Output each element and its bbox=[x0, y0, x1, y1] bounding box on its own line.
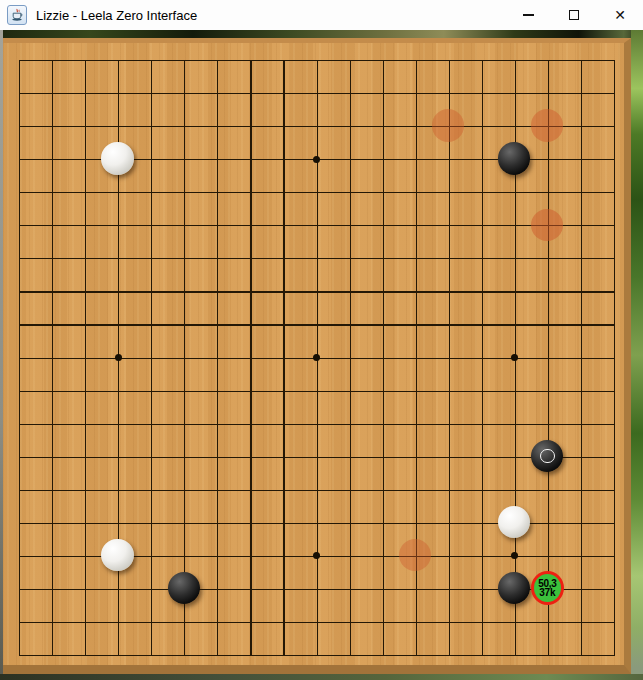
intersection-C18[interactable] bbox=[68, 76, 101, 109]
intersection-P19[interactable] bbox=[465, 43, 498, 76]
intersection-F10[interactable] bbox=[167, 340, 200, 373]
intersection-H18[interactable] bbox=[233, 76, 266, 109]
intersection-C6[interactable] bbox=[68, 473, 101, 506]
intersection-K2[interactable] bbox=[299, 605, 332, 638]
intersection-G2[interactable] bbox=[200, 605, 233, 638]
intersection-H4[interactable] bbox=[233, 539, 266, 572]
intersection-K1[interactable] bbox=[299, 638, 332, 671]
intersection-O9[interactable] bbox=[432, 373, 465, 406]
intersection-B11[interactable] bbox=[35, 307, 68, 340]
intersection-A12[interactable] bbox=[2, 274, 35, 307]
intersection-G17[interactable] bbox=[200, 109, 233, 142]
intersection-A18[interactable] bbox=[2, 76, 35, 109]
intersection-J12[interactable] bbox=[266, 274, 299, 307]
intersection-P14[interactable] bbox=[465, 208, 498, 241]
intersection-G7[interactable] bbox=[200, 440, 233, 473]
intersection-T18[interactable] bbox=[597, 76, 630, 109]
intersection-P13[interactable] bbox=[465, 241, 498, 274]
intersection-K10[interactable] bbox=[299, 340, 332, 373]
intersection-S7[interactable] bbox=[564, 440, 597, 473]
intersection-H15[interactable] bbox=[233, 175, 266, 208]
intersection-A5[interactable] bbox=[2, 506, 35, 539]
intersection-B18[interactable] bbox=[35, 76, 68, 109]
intersection-N3[interactable] bbox=[399, 572, 432, 605]
intersection-R8[interactable] bbox=[531, 407, 564, 440]
intersection-J13[interactable] bbox=[266, 241, 299, 274]
intersection-G9[interactable] bbox=[200, 373, 233, 406]
intersection-B16[interactable] bbox=[35, 142, 68, 175]
intersection-J10[interactable] bbox=[266, 340, 299, 373]
intersection-C1[interactable] bbox=[68, 638, 101, 671]
intersection-J14[interactable] bbox=[266, 208, 299, 241]
intersection-F4[interactable] bbox=[167, 539, 200, 572]
intersection-B15[interactable] bbox=[35, 175, 68, 208]
intersection-T1[interactable] bbox=[597, 638, 630, 671]
intersection-G10[interactable] bbox=[200, 340, 233, 373]
intersection-G8[interactable] bbox=[200, 407, 233, 440]
intersection-O7[interactable] bbox=[432, 440, 465, 473]
intersection-Q9[interactable] bbox=[498, 373, 531, 406]
intersection-H2[interactable] bbox=[233, 605, 266, 638]
intersection-T17[interactable] bbox=[597, 109, 630, 142]
intersection-E17[interactable] bbox=[134, 109, 167, 142]
intersection-J6[interactable] bbox=[266, 473, 299, 506]
intersection-J3[interactable] bbox=[266, 572, 299, 605]
intersection-C5[interactable] bbox=[68, 506, 101, 539]
intersection-K9[interactable] bbox=[299, 373, 332, 406]
intersection-K12[interactable] bbox=[299, 274, 332, 307]
intersection-N16[interactable] bbox=[399, 142, 432, 175]
intersection-Q4[interactable] bbox=[498, 539, 531, 572]
intersection-R10[interactable] bbox=[531, 340, 564, 373]
intersection-P16[interactable] bbox=[465, 142, 498, 175]
intersection-D3[interactable] bbox=[101, 572, 134, 605]
intersection-B10[interactable] bbox=[35, 340, 68, 373]
intersection-F8[interactable] bbox=[167, 407, 200, 440]
intersection-E4[interactable] bbox=[134, 539, 167, 572]
intersection-J5[interactable] bbox=[266, 506, 299, 539]
intersection-S14[interactable] bbox=[564, 208, 597, 241]
intersection-O16[interactable] bbox=[432, 142, 465, 175]
intersection-C2[interactable] bbox=[68, 605, 101, 638]
intersection-E15[interactable] bbox=[134, 175, 167, 208]
intersection-D9[interactable] bbox=[101, 373, 134, 406]
intersection-Q13[interactable] bbox=[498, 241, 531, 274]
intersection-L10[interactable] bbox=[332, 340, 365, 373]
intersection-G15[interactable] bbox=[200, 175, 233, 208]
intersection-R16[interactable] bbox=[531, 142, 564, 175]
intersection-J1[interactable] bbox=[266, 638, 299, 671]
intersection-N15[interactable] bbox=[399, 175, 432, 208]
intersection-M15[interactable] bbox=[366, 175, 399, 208]
intersection-C17[interactable] bbox=[68, 109, 101, 142]
intersection-F13[interactable] bbox=[167, 241, 200, 274]
intersection-M16[interactable] bbox=[366, 142, 399, 175]
intersection-H11[interactable] bbox=[233, 307, 266, 340]
intersection-N17[interactable] bbox=[399, 109, 432, 142]
intersection-E13[interactable] bbox=[134, 241, 167, 274]
intersection-J2[interactable] bbox=[266, 605, 299, 638]
intersection-O15[interactable] bbox=[432, 175, 465, 208]
intersection-Q12[interactable] bbox=[498, 274, 531, 307]
intersection-M12[interactable] bbox=[366, 274, 399, 307]
intersection-C7[interactable] bbox=[68, 440, 101, 473]
candidate-move-O17[interactable] bbox=[432, 109, 464, 141]
intersection-G3[interactable] bbox=[200, 572, 233, 605]
intersection-Q19[interactable] bbox=[498, 43, 531, 76]
intersection-C19[interactable] bbox=[68, 43, 101, 76]
intersection-L5[interactable] bbox=[332, 506, 365, 539]
intersection-O8[interactable] bbox=[432, 407, 465, 440]
intersection-G18[interactable] bbox=[200, 76, 233, 109]
intersection-P10[interactable] bbox=[465, 340, 498, 373]
intersection-L7[interactable] bbox=[332, 440, 365, 473]
intersection-P8[interactable] bbox=[465, 407, 498, 440]
intersection-N2[interactable] bbox=[399, 605, 432, 638]
intersection-Q8[interactable] bbox=[498, 407, 531, 440]
intersection-O18[interactable] bbox=[432, 76, 465, 109]
intersection-G19[interactable] bbox=[200, 43, 233, 76]
intersection-J4[interactable] bbox=[266, 539, 299, 572]
intersection-G11[interactable] bbox=[200, 307, 233, 340]
intersection-R12[interactable] bbox=[531, 274, 564, 307]
intersection-P3[interactable] bbox=[465, 572, 498, 605]
intersection-T2[interactable] bbox=[597, 605, 630, 638]
intersection-B1[interactable] bbox=[35, 638, 68, 671]
intersection-R5[interactable] bbox=[531, 506, 564, 539]
intersection-R19[interactable] bbox=[531, 43, 564, 76]
intersection-J16[interactable] bbox=[266, 142, 299, 175]
intersection-Q2[interactable] bbox=[498, 605, 531, 638]
intersection-D12[interactable] bbox=[101, 274, 134, 307]
candidate-move-R14[interactable] bbox=[531, 209, 563, 241]
intersection-R6[interactable] bbox=[531, 473, 564, 506]
intersection-C16[interactable] bbox=[68, 142, 101, 175]
close-button[interactable]: ✕ bbox=[597, 0, 643, 30]
intersection-O13[interactable] bbox=[432, 241, 465, 274]
intersection-C12[interactable] bbox=[68, 274, 101, 307]
intersection-M5[interactable] bbox=[366, 506, 399, 539]
intersection-K4[interactable] bbox=[299, 539, 332, 572]
intersection-R14[interactable] bbox=[531, 208, 564, 241]
intersection-H12[interactable] bbox=[233, 274, 266, 307]
intersection-Q3[interactable] bbox=[498, 572, 531, 605]
intersection-T12[interactable] bbox=[597, 274, 630, 307]
intersection-S11[interactable] bbox=[564, 307, 597, 340]
intersection-T3[interactable] bbox=[597, 572, 630, 605]
intersection-F6[interactable] bbox=[167, 473, 200, 506]
intersection-C11[interactable] bbox=[68, 307, 101, 340]
intersection-N6[interactable] bbox=[399, 473, 432, 506]
minimize-button[interactable] bbox=[505, 0, 551, 30]
intersection-D7[interactable] bbox=[101, 440, 134, 473]
intersection-L13[interactable] bbox=[332, 241, 365, 274]
intersection-K16[interactable] bbox=[299, 142, 332, 175]
intersection-B14[interactable] bbox=[35, 208, 68, 241]
intersection-K7[interactable] bbox=[299, 440, 332, 473]
intersection-O14[interactable] bbox=[432, 208, 465, 241]
intersection-N10[interactable] bbox=[399, 340, 432, 373]
intersection-A13[interactable] bbox=[2, 241, 35, 274]
intersection-K3[interactable] bbox=[299, 572, 332, 605]
intersection-L3[interactable] bbox=[332, 572, 365, 605]
intersection-N8[interactable] bbox=[399, 407, 432, 440]
intersection-Q15[interactable] bbox=[498, 175, 531, 208]
intersection-K15[interactable] bbox=[299, 175, 332, 208]
intersection-T5[interactable] bbox=[597, 506, 630, 539]
intersection-E12[interactable] bbox=[134, 274, 167, 307]
intersection-M8[interactable] bbox=[366, 407, 399, 440]
intersection-T8[interactable] bbox=[597, 407, 630, 440]
intersection-R17[interactable] bbox=[531, 109, 564, 142]
intersection-D15[interactable] bbox=[101, 175, 134, 208]
intersection-H14[interactable] bbox=[233, 208, 266, 241]
intersection-A14[interactable] bbox=[2, 208, 35, 241]
intersection-E3[interactable] bbox=[134, 572, 167, 605]
intersection-B17[interactable] bbox=[35, 109, 68, 142]
intersection-E16[interactable] bbox=[134, 142, 167, 175]
intersection-S18[interactable] bbox=[564, 76, 597, 109]
intersection-S2[interactable] bbox=[564, 605, 597, 638]
intersection-L19[interactable] bbox=[332, 43, 365, 76]
intersection-B13[interactable] bbox=[35, 241, 68, 274]
candidate-move-N4[interactable] bbox=[399, 539, 431, 571]
intersection-S5[interactable] bbox=[564, 506, 597, 539]
intersection-O1[interactable] bbox=[432, 638, 465, 671]
intersection-B2[interactable] bbox=[35, 605, 68, 638]
intersection-B4[interactable] bbox=[35, 539, 68, 572]
intersection-D4[interactable] bbox=[101, 539, 134, 572]
intersection-L14[interactable] bbox=[332, 208, 365, 241]
intersection-O4[interactable] bbox=[432, 539, 465, 572]
intersection-A3[interactable] bbox=[2, 572, 35, 605]
intersection-C10[interactable] bbox=[68, 340, 101, 373]
intersection-D10[interactable] bbox=[101, 340, 134, 373]
intersection-H7[interactable] bbox=[233, 440, 266, 473]
intersection-Q1[interactable] bbox=[498, 638, 531, 671]
intersection-P6[interactable] bbox=[465, 473, 498, 506]
intersection-R2[interactable] bbox=[531, 605, 564, 638]
intersection-F17[interactable] bbox=[167, 109, 200, 142]
intersection-H8[interactable] bbox=[233, 407, 266, 440]
intersection-P9[interactable] bbox=[465, 373, 498, 406]
intersection-Q6[interactable] bbox=[498, 473, 531, 506]
intersection-T13[interactable] bbox=[597, 241, 630, 274]
intersection-F9[interactable] bbox=[167, 373, 200, 406]
intersection-T14[interactable] bbox=[597, 208, 630, 241]
intersection-N5[interactable] bbox=[399, 506, 432, 539]
intersection-D14[interactable] bbox=[101, 208, 134, 241]
intersection-J8[interactable] bbox=[266, 407, 299, 440]
intersection-J18[interactable] bbox=[266, 76, 299, 109]
intersection-K17[interactable] bbox=[299, 109, 332, 142]
intersection-H13[interactable] bbox=[233, 241, 266, 274]
intersection-D1[interactable] bbox=[101, 638, 134, 671]
intersection-S3[interactable] bbox=[564, 572, 597, 605]
intersection-F2[interactable] bbox=[167, 605, 200, 638]
intersection-N4[interactable] bbox=[399, 539, 432, 572]
intersection-L12[interactable] bbox=[332, 274, 365, 307]
intersection-B6[interactable] bbox=[35, 473, 68, 506]
intersection-F15[interactable] bbox=[167, 175, 200, 208]
intersection-O5[interactable] bbox=[432, 506, 465, 539]
intersection-H10[interactable] bbox=[233, 340, 266, 373]
intersection-M11[interactable] bbox=[366, 307, 399, 340]
intersection-S17[interactable] bbox=[564, 109, 597, 142]
intersection-T10[interactable] bbox=[597, 340, 630, 373]
intersection-A1[interactable] bbox=[2, 638, 35, 671]
intersection-L4[interactable] bbox=[332, 539, 365, 572]
intersection-E10[interactable] bbox=[134, 340, 167, 373]
intersection-O6[interactable] bbox=[432, 473, 465, 506]
intersection-C15[interactable] bbox=[68, 175, 101, 208]
intersection-L11[interactable] bbox=[332, 307, 365, 340]
intersection-H1[interactable] bbox=[233, 638, 266, 671]
intersection-K8[interactable] bbox=[299, 407, 332, 440]
intersection-B19[interactable] bbox=[35, 43, 68, 76]
intersection-K19[interactable] bbox=[299, 43, 332, 76]
intersection-F11[interactable] bbox=[167, 307, 200, 340]
intersection-T15[interactable] bbox=[597, 175, 630, 208]
intersection-G12[interactable] bbox=[200, 274, 233, 307]
intersection-P2[interactable] bbox=[465, 605, 498, 638]
intersection-L6[interactable] bbox=[332, 473, 365, 506]
intersection-H16[interactable] bbox=[233, 142, 266, 175]
intersection-M13[interactable] bbox=[366, 241, 399, 274]
intersection-E1[interactable] bbox=[134, 638, 167, 671]
intersection-A7[interactable] bbox=[2, 440, 35, 473]
intersection-P11[interactable] bbox=[465, 307, 498, 340]
intersection-R13[interactable] bbox=[531, 241, 564, 274]
intersection-Q7[interactable] bbox=[498, 440, 531, 473]
candidate-move-R17[interactable] bbox=[531, 109, 563, 141]
intersection-F16[interactable] bbox=[167, 142, 200, 175]
intersection-E19[interactable] bbox=[134, 43, 167, 76]
intersection-G14[interactable] bbox=[200, 208, 233, 241]
intersection-Q17[interactable] bbox=[498, 109, 531, 142]
intersection-E11[interactable] bbox=[134, 307, 167, 340]
intersection-A11[interactable] bbox=[2, 307, 35, 340]
intersection-E14[interactable] bbox=[134, 208, 167, 241]
intersection-M2[interactable] bbox=[366, 605, 399, 638]
intersection-F18[interactable] bbox=[167, 76, 200, 109]
intersection-Q18[interactable] bbox=[498, 76, 531, 109]
intersection-P17[interactable] bbox=[465, 109, 498, 142]
intersection-N9[interactable] bbox=[399, 373, 432, 406]
intersection-B7[interactable] bbox=[35, 440, 68, 473]
intersection-K14[interactable] bbox=[299, 208, 332, 241]
intersection-M14[interactable] bbox=[366, 208, 399, 241]
intersection-L18[interactable] bbox=[332, 76, 365, 109]
intersection-D17[interactable] bbox=[101, 109, 134, 142]
intersection-S13[interactable] bbox=[564, 241, 597, 274]
intersection-L16[interactable] bbox=[332, 142, 365, 175]
intersection-G16[interactable] bbox=[200, 142, 233, 175]
intersection-R9[interactable] bbox=[531, 373, 564, 406]
intersection-A9[interactable] bbox=[2, 373, 35, 406]
intersection-A2[interactable] bbox=[2, 605, 35, 638]
intersection-O17[interactable] bbox=[432, 109, 465, 142]
intersection-G4[interactable] bbox=[200, 539, 233, 572]
intersection-A16[interactable] bbox=[2, 142, 35, 175]
intersection-G5[interactable] bbox=[200, 506, 233, 539]
intersection-S8[interactable] bbox=[564, 407, 597, 440]
intersection-S15[interactable] bbox=[564, 175, 597, 208]
intersection-P7[interactable] bbox=[465, 440, 498, 473]
intersection-A8[interactable] bbox=[2, 407, 35, 440]
intersection-F14[interactable] bbox=[167, 208, 200, 241]
intersection-M7[interactable] bbox=[366, 440, 399, 473]
intersection-S4[interactable] bbox=[564, 539, 597, 572]
intersection-F1[interactable] bbox=[167, 638, 200, 671]
intersection-B8[interactable] bbox=[35, 407, 68, 440]
intersection-P12[interactable] bbox=[465, 274, 498, 307]
intersection-D2[interactable] bbox=[101, 605, 134, 638]
intersection-M10[interactable] bbox=[366, 340, 399, 373]
intersection-D5[interactable] bbox=[101, 506, 134, 539]
intersection-C8[interactable] bbox=[68, 407, 101, 440]
intersection-N7[interactable] bbox=[399, 440, 432, 473]
intersection-L15[interactable] bbox=[332, 175, 365, 208]
intersection-D8[interactable] bbox=[101, 407, 134, 440]
intersection-B5[interactable] bbox=[35, 506, 68, 539]
intersection-E2[interactable] bbox=[134, 605, 167, 638]
intersection-B3[interactable] bbox=[35, 572, 68, 605]
intersection-L1[interactable] bbox=[332, 638, 365, 671]
intersection-K5[interactable] bbox=[299, 506, 332, 539]
intersection-P5[interactable] bbox=[465, 506, 498, 539]
intersection-B12[interactable] bbox=[35, 274, 68, 307]
intersection-M3[interactable] bbox=[366, 572, 399, 605]
intersection-H5[interactable] bbox=[233, 506, 266, 539]
intersection-Q10[interactable] bbox=[498, 340, 531, 373]
intersection-N18[interactable] bbox=[399, 76, 432, 109]
intersection-A15[interactable] bbox=[2, 175, 35, 208]
intersection-T11[interactable] bbox=[597, 307, 630, 340]
intersection-T7[interactable] bbox=[597, 440, 630, 473]
intersection-F19[interactable] bbox=[167, 43, 200, 76]
intersection-Q14[interactable] bbox=[498, 208, 531, 241]
intersection-Q5[interactable] bbox=[498, 506, 531, 539]
intersection-M6[interactable] bbox=[366, 473, 399, 506]
intersection-M18[interactable] bbox=[366, 76, 399, 109]
intersection-N13[interactable] bbox=[399, 241, 432, 274]
intersection-B9[interactable] bbox=[35, 373, 68, 406]
intersection-G13[interactable] bbox=[200, 241, 233, 274]
intersection-J17[interactable] bbox=[266, 109, 299, 142]
intersection-D13[interactable] bbox=[101, 241, 134, 274]
intersection-T19[interactable] bbox=[597, 43, 630, 76]
intersection-R3[interactable]: 50,337k bbox=[531, 572, 564, 605]
intersection-C4[interactable] bbox=[68, 539, 101, 572]
intersection-F3[interactable] bbox=[167, 572, 200, 605]
intersection-C13[interactable] bbox=[68, 241, 101, 274]
intersection-N12[interactable] bbox=[399, 274, 432, 307]
intersection-F12[interactable] bbox=[167, 274, 200, 307]
intersection-P18[interactable] bbox=[465, 76, 498, 109]
intersection-J9[interactable] bbox=[266, 373, 299, 406]
intersection-N1[interactable] bbox=[399, 638, 432, 671]
intersection-D18[interactable] bbox=[101, 76, 134, 109]
intersection-G1[interactable] bbox=[200, 638, 233, 671]
intersection-M1[interactable] bbox=[366, 638, 399, 671]
intersection-T6[interactable] bbox=[597, 473, 630, 506]
intersection-J15[interactable] bbox=[266, 175, 299, 208]
intersection-A19[interactable] bbox=[2, 43, 35, 76]
intersection-O11[interactable] bbox=[432, 307, 465, 340]
intersection-R4[interactable] bbox=[531, 539, 564, 572]
maximize-button[interactable] bbox=[551, 0, 597, 30]
